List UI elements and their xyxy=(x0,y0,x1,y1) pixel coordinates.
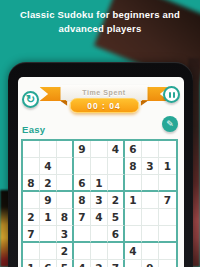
sudoku-grid: 94648318261983217218745736241654279 xyxy=(21,139,178,267)
cell-r1c5[interactable] xyxy=(91,141,108,158)
cell-r7c5[interactable] xyxy=(91,243,108,260)
cell-r2c1[interactable] xyxy=(23,158,40,175)
cell-r8c6[interactable]: 7 xyxy=(108,260,125,267)
cell-r5c1[interactable]: 2 xyxy=(23,209,40,226)
cell-r3c7[interactable] xyxy=(125,175,142,192)
cell-r6c9[interactable] xyxy=(159,226,176,243)
cell-r3c5[interactable]: 1 xyxy=(91,175,108,192)
cell-r5c4[interactable]: 7 xyxy=(74,209,91,226)
cell-r7c8[interactable] xyxy=(142,243,159,260)
cell-r5c7[interactable] xyxy=(125,209,142,226)
cell-r1c9[interactable] xyxy=(159,141,176,158)
cell-r7c4[interactable] xyxy=(74,243,91,260)
ribbon-fold-left xyxy=(61,101,68,106)
headline-line-2: advanced players xyxy=(0,22,200,36)
cell-r3c8[interactable] xyxy=(142,175,159,192)
cell-r8c5[interactable]: 2 xyxy=(91,260,108,267)
ribbon-fold-right xyxy=(141,101,148,106)
cell-r4c6[interactable]: 2 xyxy=(108,192,125,209)
cell-r6c2[interactable] xyxy=(40,226,57,243)
cell-r8c7[interactable] xyxy=(125,260,142,267)
cell-r4c4[interactable]: 8 xyxy=(74,192,91,209)
cell-r1c1[interactable] xyxy=(23,141,40,158)
cell-r5c5[interactable]: 4 xyxy=(91,209,108,226)
cell-r1c3[interactable] xyxy=(57,141,74,158)
cell-r6c7[interactable] xyxy=(125,226,142,243)
cell-r4c9[interactable]: 7 xyxy=(159,192,176,209)
cell-r6c4[interactable] xyxy=(74,226,91,243)
cell-r3c3[interactable] xyxy=(57,175,74,192)
cell-r4c3[interactable] xyxy=(57,192,74,209)
cell-r5c6[interactable]: 5 xyxy=(108,209,125,226)
pause-icon xyxy=(169,92,175,98)
cell-r6c5[interactable] xyxy=(91,226,108,243)
headline-line-1: Classic Sudoku for beginners and xyxy=(0,8,200,22)
cell-r2c3[interactable] xyxy=(57,158,74,175)
cell-r2c6[interactable] xyxy=(108,158,125,175)
cell-r5c9[interactable] xyxy=(159,209,176,226)
cell-r1c8[interactable] xyxy=(142,141,159,158)
cell-r2c7[interactable]: 8 xyxy=(125,158,142,175)
cell-r8c9[interactable] xyxy=(159,260,176,267)
game-screen: ↻ Time Spent 00 : 04 ✎ Easy 946483182619… xyxy=(18,77,184,267)
cell-r7c9[interactable] xyxy=(159,243,176,260)
cell-r2c4[interactable] xyxy=(74,158,91,175)
timer-ribbon: Time Spent 00 : 04 xyxy=(40,85,169,117)
difficulty-label: Easy xyxy=(22,124,45,135)
cell-r8c2[interactable]: 6 xyxy=(40,260,57,267)
tablet-frame: ↻ Time Spent 00 : 04 ✎ Easy 946483182619… xyxy=(8,62,193,267)
cell-r4c1[interactable] xyxy=(23,192,40,209)
cell-r7c3[interactable]: 2 xyxy=(57,243,74,260)
cell-r4c5[interactable]: 3 xyxy=(91,192,108,209)
cell-r2c9[interactable]: 1 xyxy=(159,158,176,175)
restart-button[interactable]: ↻ xyxy=(22,91,39,108)
cell-r6c8[interactable] xyxy=(142,226,159,243)
cell-r6c3[interactable]: 3 xyxy=(57,226,74,243)
cell-r3c4[interactable]: 6 xyxy=(74,175,91,192)
cell-r7c7[interactable]: 4 xyxy=(125,243,142,260)
timer-display: 00 : 04 xyxy=(69,98,139,113)
cell-r1c4[interactable]: 9 xyxy=(74,141,91,158)
pause-button[interactable] xyxy=(163,86,180,103)
store-headline: Classic Sudoku for beginners and advance… xyxy=(0,0,200,36)
cell-r1c7[interactable]: 6 xyxy=(125,141,142,158)
cell-r6c1[interactable]: 7 xyxy=(23,226,40,243)
pencil-icon: ✎ xyxy=(166,120,174,129)
cell-r2c2[interactable]: 4 xyxy=(40,158,57,175)
cell-r7c2[interactable] xyxy=(40,243,57,260)
cell-r5c2[interactable]: 1 xyxy=(40,209,57,226)
restart-icon: ↻ xyxy=(26,94,35,105)
cell-r3c9[interactable] xyxy=(159,175,176,192)
cell-r7c6[interactable] xyxy=(108,243,125,260)
cell-r4c7[interactable]: 1 xyxy=(125,192,142,209)
cell-r2c8[interactable]: 3 xyxy=(142,158,159,175)
cell-r5c3[interactable]: 8 xyxy=(57,209,74,226)
cell-r8c4[interactable]: 4 xyxy=(74,260,91,267)
cell-r3c1[interactable]: 8 xyxy=(23,175,40,192)
cell-r3c2[interactable]: 2 xyxy=(40,175,57,192)
cell-r4c8[interactable] xyxy=(142,192,159,209)
cell-r1c2[interactable] xyxy=(40,141,57,158)
cell-r4c2[interactable]: 9 xyxy=(40,192,57,209)
cell-r8c8[interactable]: 9 xyxy=(142,260,159,267)
cell-r8c1[interactable]: 1 xyxy=(23,260,40,267)
cell-r6c6[interactable]: 6 xyxy=(108,226,125,243)
cell-r7c1[interactable] xyxy=(23,243,40,260)
cell-r1c6[interactable]: 4 xyxy=(108,141,125,158)
cell-r3c6[interactable] xyxy=(108,175,125,192)
cell-r2c5[interactable] xyxy=(91,158,108,175)
pencil-notes-button[interactable]: ✎ xyxy=(162,116,178,132)
cell-r8c3[interactable]: 5 xyxy=(57,260,74,267)
cell-r5c8[interactable] xyxy=(142,209,159,226)
